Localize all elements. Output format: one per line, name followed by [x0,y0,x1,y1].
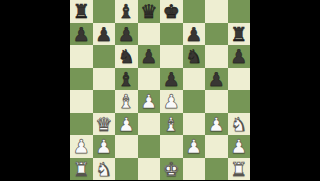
square-e5[interactable]: ♟ [160,68,183,91]
black-pawn[interactable]: ♟ [118,23,135,46]
square-g6[interactable] [205,45,228,68]
square-c6[interactable]: ♞ [115,45,138,68]
square-g3[interactable]: ♟ [205,113,228,136]
square-d6[interactable]: ♟ [138,45,161,68]
black-pawn[interactable]: ♟ [140,45,157,68]
black-rook[interactable]: ♜ [73,0,90,23]
white-king[interactable]: ♚ [163,158,180,181]
square-c2[interactable] [115,135,138,158]
square-h6[interactable]: ♟ [228,45,251,68]
square-b1[interactable]: ♞ [93,158,116,181]
black-knight[interactable]: ♞ [118,45,135,68]
square-a6[interactable] [70,45,93,68]
square-b5[interactable] [93,68,116,91]
white-pawn[interactable]: ♟ [163,90,180,113]
square-f2[interactable]: ♟ [183,135,206,158]
square-a1[interactable]: ♜ [70,158,93,181]
square-e4[interactable]: ♟ [160,90,183,113]
black-pawn[interactable]: ♟ [73,23,90,46]
square-b2[interactable]: ♟ [93,135,116,158]
black-knight[interactable]: ♞ [185,45,202,68]
square-c1[interactable] [115,158,138,181]
square-a8[interactable]: ♜ [70,0,93,23]
square-b8[interactable] [93,0,116,23]
square-g8[interactable] [205,0,228,23]
square-a7[interactable]: ♟ [70,23,93,46]
square-f7[interactable]: ♟ [183,23,206,46]
white-pawn[interactable]: ♟ [140,90,157,113]
square-f4[interactable] [183,90,206,113]
square-e2[interactable] [160,135,183,158]
white-pawn[interactable]: ♟ [208,113,225,136]
square-f5[interactable] [183,68,206,91]
square-b3[interactable]: ♛ [93,113,116,136]
black-king[interactable]: ♚ [163,0,180,23]
black-bishop[interactable]: ♝ [118,68,135,91]
square-c5[interactable]: ♝ [115,68,138,91]
square-h4[interactable] [228,90,251,113]
square-e8[interactable]: ♚ [160,0,183,23]
square-a2[interactable]: ♟ [70,135,93,158]
black-rook[interactable]: ♜ [230,23,247,46]
square-h8[interactable] [228,0,251,23]
black-pawn[interactable]: ♟ [185,23,202,46]
black-bishop[interactable]: ♝ [118,0,135,23]
square-f1[interactable] [183,158,206,181]
square-g7[interactable] [205,23,228,46]
black-pawn[interactable]: ♟ [95,23,112,46]
square-d1[interactable] [138,158,161,181]
square-h2[interactable]: ♟ [228,135,251,158]
square-e6[interactable] [160,45,183,68]
square-h1[interactable]: ♜ [228,158,251,181]
letterbox-right [250,0,320,180]
square-d7[interactable] [138,23,161,46]
white-knight[interactable]: ♞ [95,158,112,181]
square-h7[interactable]: ♜ [228,23,251,46]
square-a4[interactable] [70,90,93,113]
black-queen[interactable]: ♛ [140,0,157,23]
square-a5[interactable] [70,68,93,91]
chess-board: ♜♝♛♚♟♟♟♟♜♞♟♞♟♝♟♟♝♟♟♛♟♝♟♞♟♟♟♟♜♞♚♜ [70,0,250,180]
square-g5[interactable]: ♟ [205,68,228,91]
square-d2[interactable] [138,135,161,158]
square-h5[interactable] [228,68,251,91]
square-g2[interactable] [205,135,228,158]
black-pawn[interactable]: ♟ [163,68,180,91]
white-pawn[interactable]: ♟ [230,135,247,158]
white-rook[interactable]: ♜ [73,158,90,181]
square-b6[interactable] [93,45,116,68]
square-e1[interactable]: ♚ [160,158,183,181]
white-pawn[interactable]: ♟ [73,135,90,158]
white-rook[interactable]: ♜ [230,158,247,181]
white-bishop[interactable]: ♝ [163,113,180,136]
square-h3[interactable]: ♞ [228,113,251,136]
white-knight[interactable]: ♞ [230,113,247,136]
square-d8[interactable]: ♛ [138,0,161,23]
square-c8[interactable]: ♝ [115,0,138,23]
square-g4[interactable] [205,90,228,113]
square-a3[interactable] [70,113,93,136]
square-c4[interactable]: ♝ [115,90,138,113]
square-e3[interactable]: ♝ [160,113,183,136]
square-d5[interactable] [138,68,161,91]
square-b7[interactable]: ♟ [93,23,116,46]
square-e7[interactable] [160,23,183,46]
white-queen[interactable]: ♛ [95,113,112,136]
square-f8[interactable] [183,0,206,23]
white-pawn[interactable]: ♟ [95,135,112,158]
square-c7[interactable]: ♟ [115,23,138,46]
white-pawn[interactable]: ♟ [118,113,135,136]
square-b4[interactable] [93,90,116,113]
letterbox-left [0,0,70,180]
white-bishop[interactable]: ♝ [118,90,135,113]
square-g1[interactable] [205,158,228,181]
black-pawn[interactable]: ♟ [208,68,225,91]
square-d4[interactable]: ♟ [138,90,161,113]
square-f6[interactable]: ♞ [183,45,206,68]
square-d3[interactable] [138,113,161,136]
square-f3[interactable] [183,113,206,136]
white-pawn[interactable]: ♟ [185,135,202,158]
square-c3[interactable]: ♟ [115,113,138,136]
black-pawn[interactable]: ♟ [230,45,247,68]
